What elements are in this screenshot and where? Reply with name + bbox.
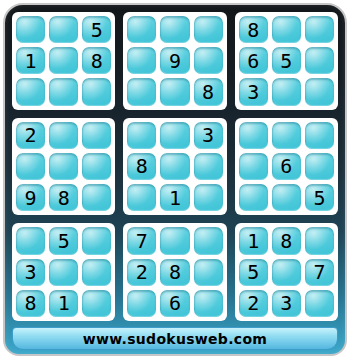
sudoku-box-6: 65 — [235, 118, 338, 216]
sudoku-cell-r9c8[interactable]: 3 — [272, 290, 301, 317]
sudoku-cell-r3c3[interactable] — [82, 78, 111, 105]
sudoku-cell-r9c6[interactable] — [194, 290, 223, 317]
sudoku-cell-r3c4[interactable] — [127, 78, 156, 105]
sudoku-box-7: 5381 — [12, 223, 115, 321]
sudoku-cell-r2c9[interactable] — [305, 47, 334, 74]
sudoku-cell-r1c3[interactable]: 5 — [82, 16, 111, 43]
sudoku-cell-r2c8[interactable]: 5 — [272, 47, 301, 74]
sudoku-cell-r5c2[interactable] — [49, 153, 78, 180]
sudoku-cell-r6c4[interactable] — [127, 184, 156, 211]
sudoku-cell-r5c6[interactable] — [194, 153, 223, 180]
sudoku-cell-r1c4[interactable] — [127, 16, 156, 43]
sudoku-cell-r5c9[interactable] — [305, 153, 334, 180]
sudoku-cell-r2c4[interactable] — [127, 47, 156, 74]
sudoku-cell-r4c9[interactable] — [305, 122, 334, 149]
sudoku-cell-r3c6[interactable]: 8 — [194, 78, 223, 105]
sudoku-cell-r7c3[interactable] — [82, 227, 111, 254]
sudoku-cell-r7c6[interactable] — [194, 227, 223, 254]
sudoku-cell-r4c5[interactable] — [160, 122, 189, 149]
sudoku-cell-r9c9[interactable] — [305, 290, 334, 317]
sudoku-cell-r6c8[interactable] — [272, 184, 301, 211]
sudoku-cell-r8c5[interactable]: 8 — [160, 259, 189, 286]
sudoku-cell-r2c6[interactable] — [194, 47, 223, 74]
sudoku-cell-r7c8[interactable]: 8 — [272, 227, 301, 254]
sudoku-cell-r3c1[interactable] — [16, 78, 45, 105]
sudoku-cell-r1c5[interactable] — [160, 16, 189, 43]
sudoku-cell-r1c9[interactable] — [305, 16, 334, 43]
sudoku-cell-r3c9[interactable] — [305, 78, 334, 105]
sudoku-cell-r1c7[interactable]: 8 — [239, 16, 268, 43]
sudoku-cell-r4c7[interactable] — [239, 122, 268, 149]
sudoku-cell-r8c3[interactable] — [82, 259, 111, 286]
sudoku-cell-r6c7[interactable] — [239, 184, 268, 211]
sudoku-cell-r7c9[interactable] — [305, 227, 334, 254]
footer-bar: www.sudokusweb.com — [12, 327, 338, 350]
sudoku-cell-r5c5[interactable] — [160, 153, 189, 180]
sudoku-cell-r8c2[interactable] — [49, 259, 78, 286]
sudoku-cell-r1c6[interactable] — [194, 16, 223, 43]
sudoku-cell-r8c9[interactable]: 7 — [305, 259, 334, 286]
sudoku-cell-r2c7[interactable]: 6 — [239, 47, 268, 74]
sudoku-box-5: 381 — [123, 118, 226, 216]
sudoku-cell-r9c5[interactable]: 6 — [160, 290, 189, 317]
sudoku-cell-r6c6[interactable] — [194, 184, 223, 211]
sudoku-cell-r6c5[interactable]: 1 — [160, 184, 189, 211]
sudoku-cell-r8c8[interactable] — [272, 259, 301, 286]
sudoku-cell-r2c3[interactable]: 8 — [82, 47, 111, 74]
sudoku-cell-r8c1[interactable]: 3 — [16, 259, 45, 286]
sudoku-cell-r4c4[interactable] — [127, 122, 156, 149]
sudoku-cell-r5c4[interactable]: 8 — [127, 153, 156, 180]
sudoku-cell-r9c3[interactable] — [82, 290, 111, 317]
sudoku-board: 5189886532983816553817286185723 — [12, 12, 338, 321]
sudoku-box-3: 8653 — [235, 12, 338, 110]
sudoku-cell-r1c2[interactable] — [49, 16, 78, 43]
sudoku-cell-r5c3[interactable] — [82, 153, 111, 180]
sudoku-cell-r4c8[interactable] — [272, 122, 301, 149]
sudoku-cell-r7c7[interactable]: 1 — [239, 227, 268, 254]
sudoku-cell-r4c2[interactable] — [49, 122, 78, 149]
sudoku-cell-r6c3[interactable] — [82, 184, 111, 211]
sudoku-box-9: 185723 — [235, 223, 338, 321]
sudoku-cell-r9c2[interactable]: 1 — [49, 290, 78, 317]
site-url: www.sudokusweb.com — [83, 331, 267, 347]
sudoku-cell-r8c4[interactable]: 2 — [127, 259, 156, 286]
sudoku-box-2: 98 — [123, 12, 226, 110]
sudoku-box-4: 298 — [12, 118, 115, 216]
sudoku-cell-r8c7[interactable]: 5 — [239, 259, 268, 286]
sudoku-cell-r2c1[interactable]: 1 — [16, 47, 45, 74]
sudoku-cell-r5c1[interactable] — [16, 153, 45, 180]
sudoku-cell-r3c5[interactable] — [160, 78, 189, 105]
sudoku-cell-r4c6[interactable]: 3 — [194, 122, 223, 149]
sudoku-cell-r8c6[interactable] — [194, 259, 223, 286]
sudoku-page: 5189886532983816553817286185723 www.sudo… — [0, 0, 350, 360]
sudoku-cell-r3c2[interactable] — [49, 78, 78, 105]
sudoku-cell-r6c1[interactable]: 9 — [16, 184, 45, 211]
sudoku-cell-r9c4[interactable] — [127, 290, 156, 317]
sudoku-cell-r7c2[interactable]: 5 — [49, 227, 78, 254]
sudoku-cell-r4c3[interactable] — [82, 122, 111, 149]
sudoku-cell-r2c5[interactable]: 9 — [160, 47, 189, 74]
sudoku-cell-r7c5[interactable] — [160, 227, 189, 254]
sudoku-box-1: 518 — [12, 12, 115, 110]
sudoku-cell-r5c8[interactable]: 6 — [272, 153, 301, 180]
sudoku-cell-r7c1[interactable] — [16, 227, 45, 254]
sudoku-board-frame: 5189886532983816553817286185723 www.sudo… — [3, 3, 347, 356]
sudoku-cell-r9c7[interactable]: 2 — [239, 290, 268, 317]
sudoku-cell-r6c9[interactable]: 5 — [305, 184, 334, 211]
sudoku-cell-r3c7[interactable]: 3 — [239, 78, 268, 105]
sudoku-cell-r4c1[interactable]: 2 — [16, 122, 45, 149]
sudoku-box-8: 7286 — [123, 223, 226, 321]
sudoku-cell-r2c2[interactable] — [49, 47, 78, 74]
sudoku-cell-r5c7[interactable] — [239, 153, 268, 180]
sudoku-cell-r7c4[interactable]: 7 — [127, 227, 156, 254]
sudoku-cell-r1c1[interactable] — [16, 16, 45, 43]
sudoku-cell-r3c8[interactable] — [272, 78, 301, 105]
sudoku-cell-r9c1[interactable]: 8 — [16, 290, 45, 317]
sudoku-cell-r1c8[interactable] — [272, 16, 301, 43]
sudoku-cell-r6c2[interactable]: 8 — [49, 184, 78, 211]
